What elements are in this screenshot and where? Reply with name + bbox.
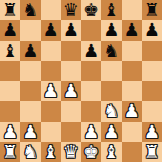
white-king-piece[interactable]: ♚ [83,143,99,161]
square-g5[interactable] [122,61,142,81]
square-d6[interactable] [61,41,81,61]
square-g6[interactable] [122,41,142,61]
square-d7[interactable]: ♟ [61,20,81,40]
black-rook-piece[interactable]: ♜ [2,1,18,19]
white-pawn-piece[interactable]: ♟ [43,82,59,100]
white-bishop-piece[interactable]: ♝ [43,143,59,161]
square-a3[interactable] [0,101,20,121]
white-pawn-piece[interactable]: ♟ [83,123,99,141]
square-d3[interactable] [61,101,81,121]
chess-board: ♜♞♛♚♝♜♟♟♟♟♟♟♝♟♟♞♟♟♞♟♟♟♟♟♟♜♞♝♛♚♝♜ [0,0,162,162]
white-queen-piece[interactable]: ♛ [63,143,79,161]
square-g3[interactable]: ♟ [122,101,142,121]
square-e6[interactable]: ♟ [81,41,101,61]
black-rook-piece[interactable]: ♜ [144,1,160,19]
square-b8[interactable]: ♞ [20,0,40,20]
white-pawn-piece[interactable]: ♟ [144,123,160,141]
black-pawn-piece[interactable]: ♟ [83,42,99,60]
square-g4[interactable] [122,81,142,101]
square-h4[interactable] [142,81,162,101]
black-pawn-piece[interactable]: ♟ [144,21,160,39]
square-d2[interactable] [61,122,81,142]
square-b3[interactable] [20,101,40,121]
white-knight-piece[interactable]: ♞ [103,102,119,120]
white-rook-piece[interactable]: ♜ [2,143,18,161]
square-c6[interactable] [41,41,61,61]
square-f8[interactable]: ♝ [101,0,121,20]
black-pawn-piece[interactable]: ♟ [124,21,140,39]
square-c2[interactable] [41,122,61,142]
black-king-piece[interactable]: ♚ [83,1,99,19]
black-pawn-piece[interactable]: ♟ [63,21,79,39]
square-g1[interactable] [122,142,142,162]
square-h1[interactable]: ♜ [142,142,162,162]
white-pawn-piece[interactable]: ♟ [124,102,140,120]
square-f1[interactable]: ♝ [101,142,121,162]
black-pawn-piece[interactable]: ♟ [2,21,18,39]
square-e2[interactable]: ♟ [81,122,101,142]
square-f3[interactable]: ♞ [101,101,121,121]
black-pawn-piece[interactable]: ♟ [43,21,59,39]
square-b6[interactable]: ♟ [20,41,40,61]
square-h6[interactable] [142,41,162,61]
square-h7[interactable]: ♟ [142,20,162,40]
square-g8[interactable] [122,0,142,20]
square-h5[interactable] [142,61,162,81]
square-b7[interactable] [20,20,40,40]
square-a7[interactable]: ♟ [0,20,20,40]
black-knight-piece[interactable]: ♞ [22,1,38,19]
square-a4[interactable] [0,81,20,101]
square-c8[interactable] [41,0,61,20]
square-h2[interactable]: ♟ [142,122,162,142]
square-e4[interactable] [81,81,101,101]
square-b2[interactable]: ♟ [20,122,40,142]
square-g2[interactable] [122,122,142,142]
square-d5[interactable] [61,61,81,81]
white-rook-piece[interactable]: ♜ [144,143,160,161]
square-a5[interactable] [0,61,20,81]
square-f2[interactable]: ♟ [101,122,121,142]
square-b5[interactable] [20,61,40,81]
black-pawn-piece[interactable]: ♟ [22,42,38,60]
square-c1[interactable]: ♝ [41,142,61,162]
square-c7[interactable]: ♟ [41,20,61,40]
white-pawn-piece[interactable]: ♟ [22,123,38,141]
white-knight-piece[interactable]: ♞ [22,143,38,161]
square-f4[interactable] [101,81,121,101]
black-pawn-piece[interactable]: ♟ [103,21,119,39]
square-h8[interactable]: ♜ [142,0,162,20]
square-e5[interactable] [81,61,101,81]
square-d4[interactable]: ♟ [61,81,81,101]
white-pawn-piece[interactable]: ♟ [2,123,18,141]
white-bishop-piece[interactable]: ♝ [103,143,119,161]
square-e1[interactable]: ♚ [81,142,101,162]
black-bishop-piece[interactable]: ♝ [103,1,119,19]
square-b4[interactable] [20,81,40,101]
black-queen-piece[interactable]: ♛ [63,1,79,19]
square-d1[interactable]: ♛ [61,142,81,162]
square-a1[interactable]: ♜ [0,142,20,162]
square-e3[interactable] [81,101,101,121]
square-h3[interactable] [142,101,162,121]
white-pawn-piece[interactable]: ♟ [63,82,79,100]
black-bishop-piece[interactable]: ♝ [2,42,18,60]
square-a8[interactable]: ♜ [0,0,20,20]
square-c4[interactable]: ♟ [41,81,61,101]
square-a6[interactable]: ♝ [0,41,20,61]
square-e7[interactable] [81,20,101,40]
square-a2[interactable]: ♟ [0,122,20,142]
square-d8[interactable]: ♛ [61,0,81,20]
square-c3[interactable] [41,101,61,121]
square-g7[interactable]: ♟ [122,20,142,40]
square-f5[interactable] [101,61,121,81]
square-e8[interactable]: ♚ [81,0,101,20]
white-pawn-piece[interactable]: ♟ [103,123,119,141]
square-c5[interactable] [41,61,61,81]
black-knight-piece[interactable]: ♞ [103,42,119,60]
square-f7[interactable]: ♟ [101,20,121,40]
square-f6[interactable]: ♞ [101,41,121,61]
square-b1[interactable]: ♞ [20,142,40,162]
